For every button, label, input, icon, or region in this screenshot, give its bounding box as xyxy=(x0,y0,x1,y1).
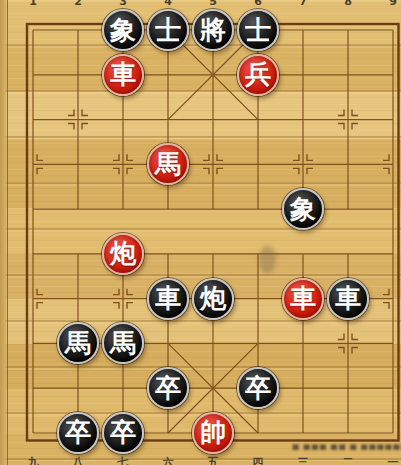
file-label-bottom: 二 xyxy=(339,457,357,465)
piece-red-soldier[interactable]: 兵 xyxy=(237,54,279,96)
file-label-bottom: 八 xyxy=(69,457,87,465)
piece-black-chariot[interactable]: 車 xyxy=(327,278,369,320)
piece-black-soldier[interactable]: 卒 xyxy=(147,367,189,409)
piece-red-chariot[interactable]: 車 xyxy=(102,54,144,96)
piece-black-general[interactable]: 將 xyxy=(192,9,234,51)
file-label-bottom: 五 xyxy=(204,457,222,465)
file-label-bottom: 一 xyxy=(384,457,401,465)
piece-black-elephant[interactable]: 象 xyxy=(102,9,144,51)
piece-red-general[interactable]: 帥 xyxy=(192,412,234,454)
file-label-bottom: 四 xyxy=(249,457,267,465)
xiangqi-board[interactable]: 123456789 象士將士車兵馬象炮車炮車車馬馬卒卒卒卒帥 九八七六五四三二一… xyxy=(0,0,401,465)
piece-black-soldier[interactable]: 卒 xyxy=(102,412,144,454)
piece-red-cannon[interactable]: 炮 xyxy=(102,233,144,275)
watermark: ■ ■■■ ■■ ■ ■■■■■■ xyxy=(292,442,397,450)
file-label-bottom: 七 xyxy=(114,457,132,465)
piece-black-advisor[interactable]: 士 xyxy=(237,9,279,51)
piece-red-chariot[interactable]: 車 xyxy=(282,278,324,320)
piece-black-cannon[interactable]: 炮 xyxy=(192,278,234,320)
file-label-bottom: 六 xyxy=(159,457,177,465)
piece-black-advisor[interactable]: 士 xyxy=(147,9,189,51)
piece-black-soldier[interactable]: 卒 xyxy=(57,412,99,454)
piece-black-elephant[interactable]: 象 xyxy=(282,188,324,230)
board-smudge xyxy=(259,246,276,273)
piece-black-chariot[interactable]: 車 xyxy=(147,278,189,320)
file-label-bottom: 九 xyxy=(24,457,42,465)
board-grid-lines xyxy=(0,0,401,465)
piece-black-soldier[interactable]: 卒 xyxy=(237,367,279,409)
file-label-bottom: 三 xyxy=(294,457,312,465)
